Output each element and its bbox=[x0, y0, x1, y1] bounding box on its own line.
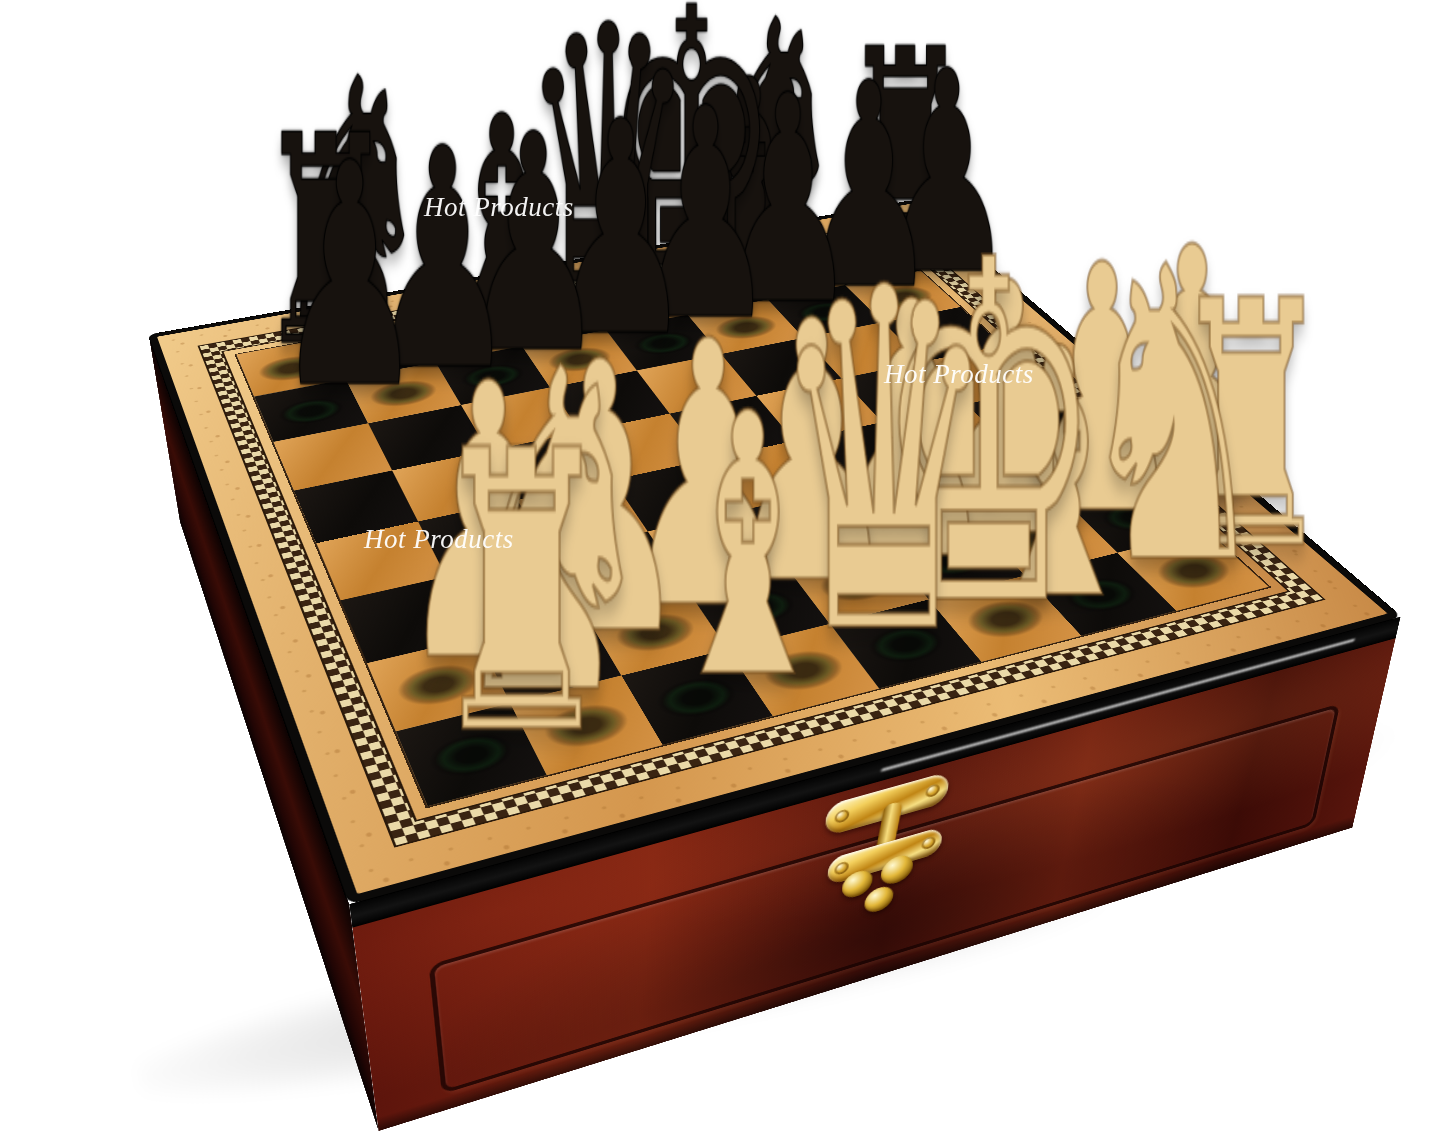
latch-screw bbox=[925, 783, 940, 799]
watermark: Hot Products bbox=[364, 524, 514, 555]
latch-screw bbox=[921, 835, 936, 850]
watermark: Hot Products bbox=[884, 359, 1034, 390]
black-pawn-a7: ♟ bbox=[275, 123, 366, 431]
white-bishop-c1: ♝ bbox=[659, 366, 772, 727]
latch-screw bbox=[834, 808, 849, 824]
latch-screw bbox=[834, 860, 849, 876]
white-rook-a1: ♜ bbox=[428, 401, 546, 787]
product-photo: ♜♞♝♛♚♝♞♜♟♟♟♟♟♟♟♟♟♟♟♟♟♟♟♟♜♞♝♛♚♝♞♜ bbox=[0, 0, 1445, 1140]
chess-case: ♜♞♝♛♚♝♞♜♟♟♟♟♟♟♟♟♟♟♟♟♟♟♟♟♜♞♝♛♚♝♞♜ bbox=[149, 200, 1401, 904]
watermark: Hot Products bbox=[424, 192, 574, 223]
